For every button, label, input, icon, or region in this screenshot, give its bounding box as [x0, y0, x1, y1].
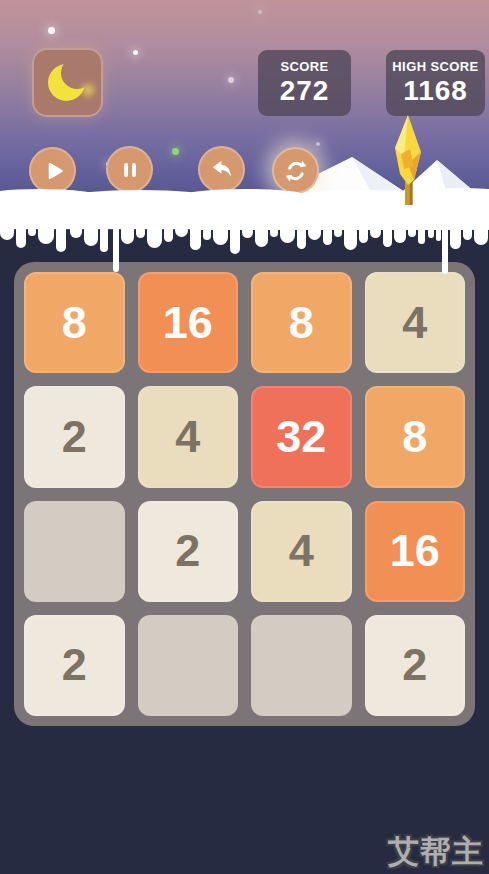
restart-button[interactable]	[272, 147, 319, 194]
high-score-badge: HIGH SCORE 1168	[386, 50, 485, 116]
star-dot	[48, 27, 55, 34]
undo-button[interactable]	[198, 146, 245, 193]
tile-2-r4c4: 2	[365, 615, 466, 716]
tile-8-r1c1: 8	[24, 272, 125, 373]
play-icon	[40, 158, 66, 184]
tile-8-r2c4: 8	[365, 386, 466, 487]
night-mode-button[interactable]	[32, 48, 103, 117]
tile-value: 8	[62, 297, 87, 349]
tile-16-r1c2: 16	[138, 272, 239, 373]
empty-cell-r4c2	[138, 615, 239, 716]
score-value: 272	[280, 75, 330, 107]
board-grid: 8168424328241622	[24, 272, 465, 716]
tile-2-r3c2: 2	[138, 501, 239, 602]
pause-button[interactable]	[106, 146, 153, 193]
tile-value: 32	[276, 411, 326, 463]
empty-cell-r3c1	[24, 501, 125, 602]
high-score-label: HIGH SCORE	[392, 59, 478, 74]
board-2048[interactable]: 8168424328241622	[14, 262, 475, 726]
tile-4-r1c4: 4	[365, 272, 466, 373]
tile-value: 2	[402, 639, 427, 691]
tile-value: 8	[289, 297, 314, 349]
score-badge: SCORE 272	[258, 50, 351, 116]
tile-value: 16	[390, 525, 440, 577]
play-button[interactable]	[29, 147, 76, 194]
tile-value: 4	[175, 411, 200, 463]
star-dot	[133, 50, 138, 55]
watermark-text: 艾帮主	[388, 831, 484, 873]
refresh-icon	[283, 158, 309, 184]
moon-glow-dot	[82, 84, 94, 96]
tile-32-r2c3: 32	[251, 386, 352, 487]
star-dot	[228, 77, 234, 83]
tile-value: 2	[62, 639, 87, 691]
empty-cell-r4c3	[251, 615, 352, 716]
torch	[388, 112, 432, 208]
tile-value: 2	[175, 525, 200, 577]
tile-8-r1c3: 8	[251, 272, 352, 373]
tile-4-r2c2: 4	[138, 386, 239, 487]
pause-icon	[117, 157, 143, 183]
score-label: SCORE	[280, 59, 328, 74]
tile-value: 8	[402, 411, 427, 463]
tile-value: 16	[163, 297, 213, 349]
tile-2-r2c1: 2	[24, 386, 125, 487]
moon-icon	[48, 62, 88, 102]
tile-value: 4	[402, 297, 427, 349]
star-dot	[258, 10, 262, 14]
tile-16-r3c4: 16	[365, 501, 466, 602]
tile-value: 4	[289, 525, 314, 577]
tile-value: 2	[62, 411, 87, 463]
tile-4-r3c3: 4	[251, 501, 352, 602]
game-screen: SCORE 272 HIGH SCORE 1168	[0, 0, 489, 874]
undo-arrow-icon	[209, 157, 235, 183]
tile-2-r4c1: 2	[24, 615, 125, 716]
high-score-value: 1168	[403, 75, 468, 107]
